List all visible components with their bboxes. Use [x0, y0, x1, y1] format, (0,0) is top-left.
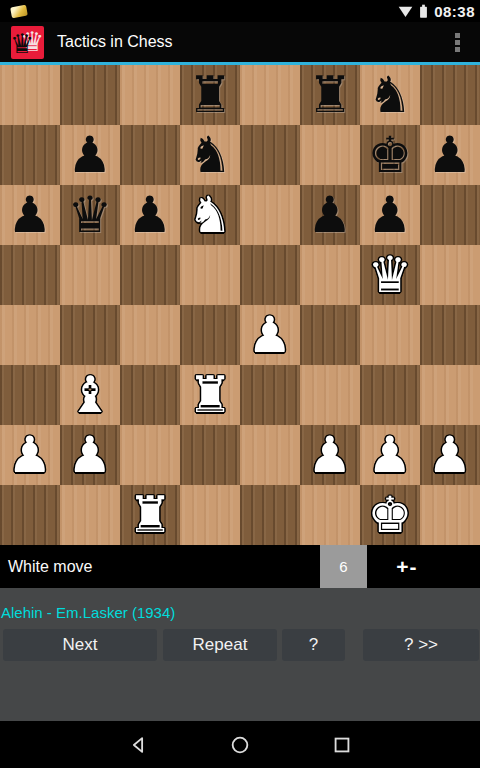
square-e2[interactable] [240, 425, 300, 485]
black-king-g7: ♚ [368, 125, 413, 185]
square-e4[interactable]: ♟ [240, 305, 300, 365]
square-f2[interactable]: ♟ [300, 425, 360, 485]
square-b6[interactable]: ♛ [60, 185, 120, 245]
black-rook-d8: ♜ [188, 65, 233, 125]
square-e1[interactable] [240, 485, 300, 545]
square-b3[interactable]: ♝ [60, 365, 120, 425]
white-pawn-h2: ♟ [428, 425, 473, 485]
white-rook-c1: ♜ [128, 485, 173, 545]
square-b8[interactable] [60, 65, 120, 125]
page-title: Tactics in Chess [57, 33, 173, 51]
square-e3[interactable] [240, 365, 300, 425]
square-d8[interactable]: ♜ [180, 65, 240, 125]
white-king-g1: ♚ [368, 485, 413, 545]
square-c7[interactable] [120, 125, 180, 185]
black-pawn-c6: ♟ [128, 185, 173, 245]
notification-note-icon [10, 4, 28, 18]
square-c3[interactable] [120, 365, 180, 425]
status-bar: 08:38 [0, 0, 480, 22]
square-d7[interactable]: ♞ [180, 125, 240, 185]
square-f7[interactable] [300, 125, 360, 185]
square-a7[interactable] [0, 125, 60, 185]
square-d4[interactable] [180, 305, 240, 365]
square-b7[interactable]: ♟ [60, 125, 120, 185]
square-f1[interactable] [300, 485, 360, 545]
square-d2[interactable] [180, 425, 240, 485]
square-g4[interactable] [360, 305, 420, 365]
square-f5[interactable] [300, 245, 360, 305]
square-d3[interactable]: ♜ [180, 365, 240, 425]
square-g5[interactable]: ♛ [360, 245, 420, 305]
square-d6[interactable]: ♞ [180, 185, 240, 245]
square-g1[interactable]: ♚ [360, 485, 420, 545]
black-pawn-h7: ♟ [428, 125, 473, 185]
white-pawn-e4: ♟ [248, 305, 293, 365]
square-f3[interactable] [300, 365, 360, 425]
black-knight-g8: ♞ [368, 65, 413, 125]
square-c8[interactable] [120, 65, 180, 125]
square-h6[interactable] [420, 185, 480, 245]
bottom-panel: Alehin - Em.Lasker (1934) Next Repeat ? … [0, 588, 480, 721]
app-logo-icon: ♛ ♛ [11, 26, 44, 59]
wifi-icon [398, 5, 413, 18]
move-counter-button[interactable]: 6 [320, 545, 367, 588]
next-button[interactable]: Next [3, 629, 157, 661]
square-g8[interactable]: ♞ [360, 65, 420, 125]
status-clock: 08:38 [434, 3, 475, 20]
square-d1[interactable] [180, 485, 240, 545]
square-a8[interactable] [0, 65, 60, 125]
battery-icon [418, 4, 429, 19]
square-c4[interactable] [120, 305, 180, 365]
back-icon[interactable] [126, 733, 150, 757]
square-b4[interactable] [60, 305, 120, 365]
control-button-row: Next Repeat ? ? >> [0, 629, 480, 661]
square-a4[interactable] [0, 305, 60, 365]
square-f6[interactable]: ♟ [300, 185, 360, 245]
square-h4[interactable] [420, 305, 480, 365]
android-nav-bar [0, 721, 480, 768]
recents-icon[interactable] [330, 733, 354, 757]
square-h2[interactable]: ♟ [420, 425, 480, 485]
square-c6[interactable]: ♟ [120, 185, 180, 245]
square-a1[interactable] [0, 485, 60, 545]
square-a3[interactable] [0, 365, 60, 425]
black-pawn-b7: ♟ [68, 125, 113, 185]
square-f4[interactable] [300, 305, 360, 365]
white-knight-d6: ♞ [188, 185, 233, 245]
white-bishop-b3: ♝ [68, 365, 113, 425]
black-queen-b6: ♛ [68, 185, 113, 245]
square-e7[interactable] [240, 125, 300, 185]
app-bar: ♛ ♛ Tactics in Chess [0, 22, 480, 62]
black-pawn-g6: ♟ [368, 185, 413, 245]
square-h7[interactable]: ♟ [420, 125, 480, 185]
square-b2[interactable]: ♟ [60, 425, 120, 485]
move-bar: White move 6 +- [0, 545, 480, 588]
square-d5[interactable] [180, 245, 240, 305]
black-pawn-f6: ♟ [308, 185, 353, 245]
square-g3[interactable] [360, 365, 420, 425]
hint-button[interactable]: ? [282, 629, 345, 661]
square-c1[interactable]: ♜ [120, 485, 180, 545]
square-e5[interactable] [240, 245, 300, 305]
square-g6[interactable]: ♟ [360, 185, 420, 245]
home-icon[interactable] [228, 733, 252, 757]
black-rook-f8: ♜ [308, 65, 353, 125]
square-c5[interactable] [120, 245, 180, 305]
puzzle-title: Alehin - Em.Lasker (1934) [0, 588, 480, 621]
status-right: 08:38 [398, 3, 475, 20]
move-turn-label: White move [8, 545, 92, 588]
black-pawn-a6: ♟ [8, 185, 53, 245]
square-b5[interactable] [60, 245, 120, 305]
show-solution-button[interactable]: ? >> [363, 629, 479, 661]
white-pawn-f2: ♟ [308, 425, 353, 485]
overflow-menu-icon[interactable] [451, 22, 464, 62]
square-e6[interactable] [240, 185, 300, 245]
square-f8[interactable]: ♜ [300, 65, 360, 125]
square-c2[interactable] [120, 425, 180, 485]
square-b1[interactable] [60, 485, 120, 545]
chess-board[interactable]: ♜♜♞♟♞♚♟♟♛♟♞♟♟♛♟♝♜♟♟♟♟♟♜♚ [0, 65, 480, 545]
square-e8[interactable] [240, 65, 300, 125]
plus-minus-button[interactable]: +- [368, 545, 446, 588]
square-h8[interactable] [420, 65, 480, 125]
square-h5[interactable] [420, 245, 480, 305]
white-pawn-b2: ♟ [68, 425, 113, 485]
square-g7[interactable]: ♚ [360, 125, 420, 185]
square-h3[interactable] [420, 365, 480, 425]
white-rook-d3: ♜ [188, 365, 233, 425]
black-knight-d7: ♞ [188, 125, 233, 185]
black-queen-logo-glyph: ♛ [11, 27, 34, 59]
square-g2[interactable]: ♟ [360, 425, 420, 485]
white-queen-g5: ♛ [368, 245, 413, 305]
square-a2[interactable]: ♟ [0, 425, 60, 485]
white-pawn-a2: ♟ [8, 425, 53, 485]
white-pawn-g2: ♟ [368, 425, 413, 485]
repeat-button[interactable]: Repeat [163, 629, 277, 661]
square-a6[interactable]: ♟ [0, 185, 60, 245]
square-a5[interactable] [0, 245, 60, 305]
square-h1[interactable] [420, 485, 480, 545]
